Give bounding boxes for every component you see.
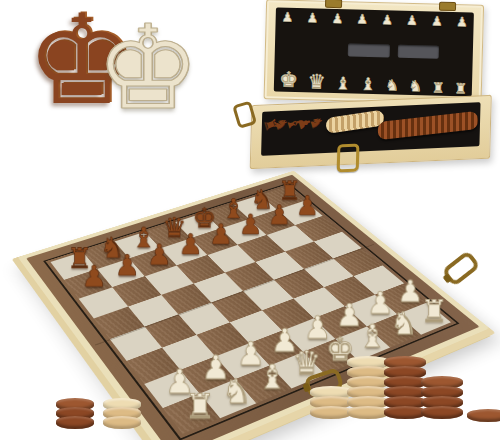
foam-slot	[397, 45, 439, 59]
checker-stack[interactable]	[384, 356, 426, 419]
lid-pawn-row: ♟♟♟♟♟♟♟♟	[282, 11, 468, 29]
foam-slot	[348, 43, 390, 57]
checker-disc	[467, 409, 500, 422]
chess-piece[interactable]: ♟	[173, 230, 208, 258]
boxed-piece: ♞	[409, 79, 423, 94]
chess-piece[interactable]: ♟	[234, 211, 268, 239]
chess-piece[interactable]: ♜	[179, 389, 222, 424]
hinge-icon	[439, 2, 456, 11]
checker-stack[interactable]	[421, 376, 463, 419]
checker-stack[interactable]	[467, 409, 500, 422]
chess-piece[interactable]: ♟	[204, 221, 239, 249]
product-photo: ♚ ♚ ♟♟♟♟♟♟♟♟ ♚♛♝♝♞♞♜♜ ♜♞♝♟♞	[0, 0, 500, 440]
checker-disc	[56, 416, 94, 429]
boxed-piece: ♚	[279, 70, 298, 91]
checker-stack[interactable]	[56, 398, 94, 429]
chess-piece[interactable]: ♟	[76, 262, 113, 292]
boxed-piece: ♝	[360, 76, 376, 93]
chess-piece[interactable]: ♞	[216, 375, 258, 409]
board-square[interactable]	[94, 306, 145, 339]
boxed-piece: ♜	[432, 81, 445, 95]
boxed-piece: ♟	[282, 11, 294, 24]
chess-piece[interactable]: ♟	[142, 241, 178, 270]
checkers-stacks-left	[56, 398, 141, 429]
boxed-piece: ♜	[454, 81, 467, 95]
lid-piece-row: ♚♛♝♝♞♞♜♜	[279, 70, 467, 96]
boxed-piece: ♟	[356, 13, 368, 26]
chess-piece[interactable]: ♟	[109, 251, 145, 280]
lid-foam: ♟♟♟♟♟♟♟♟ ♚♛♝♝♞♞♜♜	[274, 7, 474, 96]
boxed-piece: ♟	[306, 11, 318, 24]
board-square[interactable]	[285, 241, 333, 268]
boxed-piece: ♞	[385, 78, 399, 93]
boxed-piece: ♝	[335, 75, 351, 92]
boxed-piece: ♟	[406, 14, 418, 27]
checker-disc	[384, 406, 426, 419]
hinge-icon	[325, 0, 342, 8]
checker-disc	[103, 416, 141, 429]
checkers-stacks-right	[310, 356, 500, 419]
checker-stack[interactable]	[347, 356, 389, 419]
box-lid: ♟♟♟♟♟♟♟♟ ♚♛♝♝♞♞♜♜	[264, 0, 485, 105]
checker-stack[interactable]	[310, 386, 352, 419]
checker-disc	[310, 406, 352, 419]
boxed-piece: ♛	[307, 71, 325, 91]
boxed-piece: ♟	[331, 12, 343, 25]
checker-disc	[347, 406, 389, 419]
boxed-piece: ♟	[456, 15, 468, 28]
chess-piece[interactable]: ♝	[252, 360, 293, 393]
checker-stack[interactable]	[103, 398, 141, 429]
checker-disc	[421, 406, 463, 419]
boxed-piece: ♟	[381, 13, 393, 26]
boxed-piece: ♟	[431, 15, 443, 28]
